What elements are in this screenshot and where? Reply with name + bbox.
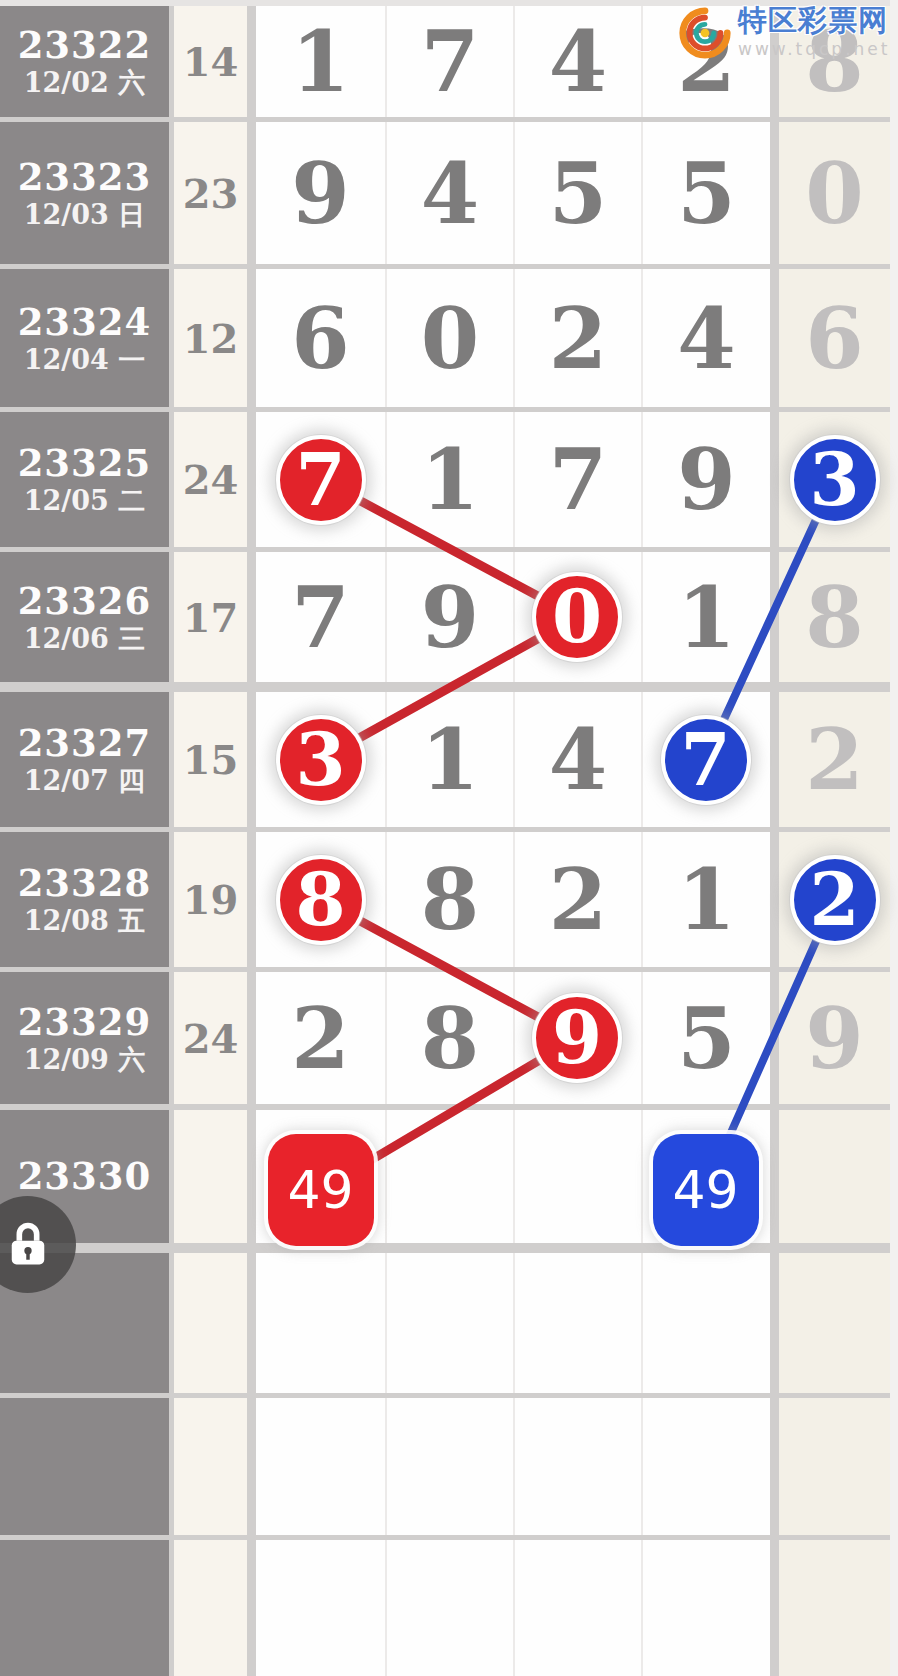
marked-digit-red: 7 — [276, 435, 366, 525]
marked-digit-value: 8 — [295, 864, 345, 936]
marked-digit-value: 2 — [809, 864, 859, 936]
marked-digit-value: 9 — [552, 1002, 602, 1074]
marked-digit-value: 7 — [295, 444, 345, 516]
trend-lines-overlay — [0, 0, 898, 1676]
marked-digit-red: 3 — [276, 715, 366, 805]
site-url: www.tqcp.net — [738, 39, 890, 59]
lottery-trend-chart: 2332212/02 六14174282332312/03 日239455023… — [0, 0, 898, 1676]
prediction-value: 49 — [672, 1164, 738, 1216]
swirl-logo-icon — [676, 4, 734, 62]
marked-digit-value: 0 — [552, 581, 602, 653]
marked-digit-value: 3 — [809, 444, 859, 516]
marked-digit-red: 8 — [276, 855, 366, 945]
site-logo: 特区彩票网 www.tqcp.net — [676, 4, 896, 62]
marked-digit-blue: 7 — [661, 715, 751, 805]
padlock-glyph — [2, 1219, 54, 1271]
marked-digit-red: 9 — [532, 993, 622, 1083]
marked-digit-blue: 3 — [790, 435, 880, 525]
marked-digit-value: 3 — [295, 724, 345, 796]
marked-digit-value: 7 — [680, 724, 730, 796]
marked-digit-red: 0 — [532, 572, 622, 662]
prediction-badge-blue: 49 — [653, 1134, 759, 1246]
site-name: 特区彩票网 — [738, 4, 890, 37]
marked-digit-blue: 2 — [790, 855, 880, 945]
prediction-value: 49 — [287, 1164, 353, 1216]
prediction-badge-red: 49 — [268, 1134, 374, 1246]
